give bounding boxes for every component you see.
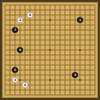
stone-circle — [12, 77, 18, 83]
stone-white-E3: 6 — [22, 82, 28, 88]
stone-circle — [22, 82, 28, 88]
stone-circle — [12, 27, 18, 33]
stone-circle — [17, 47, 23, 53]
stone-black-Q16: 1 — [77, 17, 83, 23]
hoshi-dot — [49, 79, 51, 81]
hoshi-dot — [49, 19, 51, 21]
stone-circle — [72, 72, 78, 78]
stone-black-C14: 7 — [12, 27, 18, 33]
hoshi-dot — [19, 79, 21, 81]
go-board[interactable]: 123456789 — [0, 0, 100, 100]
stone-black-C6: 5 — [12, 67, 18, 73]
stone-white-D16: 2 — [17, 17, 23, 23]
go-app-window: 123456789 — [0, 0, 100, 100]
stone-black-D10: 9 — [17, 47, 23, 53]
stone-white-F17: 8 — [27, 12, 33, 18]
hoshi-dot — [49, 49, 51, 51]
stone-circle — [17, 17, 23, 23]
stone-circle — [77, 17, 83, 23]
stone-white-C4: 4 — [12, 77, 18, 83]
stone-black-P5: 3 — [72, 72, 78, 78]
stone-circle — [12, 67, 18, 73]
hoshi-dot — [79, 79, 81, 81]
hoshi-dot — [79, 49, 81, 51]
stone-circle — [27, 12, 33, 18]
